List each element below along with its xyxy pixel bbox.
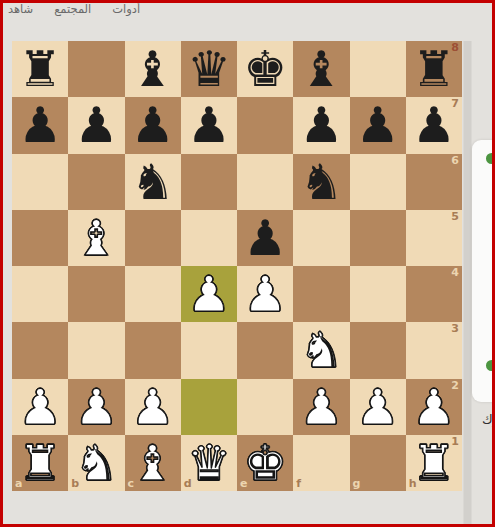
square-b8[interactable] xyxy=(68,41,124,97)
white-pawn[interactable]: ♟ xyxy=(293,379,349,435)
square-a7[interactable]: ♟ xyxy=(12,97,68,153)
black-pawn[interactable]: ♟ xyxy=(237,210,293,266)
side-panel xyxy=(472,140,495,402)
black-bishop[interactable]: ♝ xyxy=(125,41,181,97)
square-d3[interactable] xyxy=(181,322,237,378)
square-d5[interactable] xyxy=(181,210,237,266)
square-b1[interactable]: ♞b xyxy=(68,435,124,491)
square-h3[interactable]: 3 xyxy=(406,322,462,378)
file-label-d: d xyxy=(184,478,192,490)
square-d8[interactable]: ♛ xyxy=(181,41,237,97)
nav-item-tools[interactable]: أدوات xyxy=(112,2,140,17)
square-g5[interactable] xyxy=(350,210,406,266)
square-e1[interactable]: ♚e xyxy=(237,435,293,491)
rank-label-5: 5 xyxy=(451,211,459,223)
square-d2[interactable] xyxy=(181,379,237,435)
black-knight[interactable]: ♞ xyxy=(125,154,181,210)
online-indicator-dot xyxy=(486,360,495,371)
scrollbar-thumb[interactable] xyxy=(464,41,471,524)
rank-label-4: 4 xyxy=(451,267,459,279)
file-label-h: h xyxy=(409,478,417,490)
white-knight[interactable]: ♞ xyxy=(293,322,349,378)
file-label-a: a xyxy=(15,478,22,490)
square-c1[interactable]: ♝c xyxy=(125,435,181,491)
white-pawn[interactable]: ♟ xyxy=(181,266,237,322)
square-a3[interactable] xyxy=(12,322,68,378)
rank-label-2: 2 xyxy=(451,380,459,392)
square-h6[interactable]: 6 xyxy=(406,154,462,210)
rank-label-7: 7 xyxy=(451,98,459,110)
square-h5[interactable]: 5 xyxy=(406,210,462,266)
square-f2[interactable]: ♟ xyxy=(293,379,349,435)
black-knight[interactable]: ♞ xyxy=(293,154,349,210)
rank-label-6: 6 xyxy=(451,155,459,167)
black-queen[interactable]: ♛ xyxy=(181,41,237,97)
square-f8[interactable]: ♝ xyxy=(293,41,349,97)
square-b7[interactable]: ♟ xyxy=(68,97,124,153)
square-h8[interactable]: ♜8 xyxy=(406,41,462,97)
nav-item-watch[interactable]: شاهد xyxy=(8,2,33,17)
square-b5[interactable]: ♝ xyxy=(68,210,124,266)
file-label-c: c xyxy=(128,478,135,490)
file-label-g: g xyxy=(353,478,361,490)
square-a5[interactable] xyxy=(12,210,68,266)
file-label-e: e xyxy=(240,478,247,490)
square-g7[interactable]: ♟ xyxy=(350,97,406,153)
square-f5[interactable] xyxy=(293,210,349,266)
square-b2[interactable]: ♟ xyxy=(68,379,124,435)
square-d4[interactable]: ♟ xyxy=(181,266,237,322)
square-g4[interactable] xyxy=(350,266,406,322)
square-f1[interactable]: f xyxy=(293,435,349,491)
side-text-fragment: رك xyxy=(459,412,495,427)
white-bishop[interactable]: ♝ xyxy=(68,210,124,266)
square-h1[interactable]: ♜1h xyxy=(406,435,462,491)
square-c6[interactable]: ♞ xyxy=(125,154,181,210)
top-nav: شاهد المجتمع أدوات xyxy=(8,2,140,17)
square-c4[interactable] xyxy=(125,266,181,322)
square-f6[interactable]: ♞ xyxy=(293,154,349,210)
square-a1[interactable]: ♜a xyxy=(12,435,68,491)
black-pawn[interactable]: ♟ xyxy=(12,97,68,153)
square-d7[interactable]: ♟ xyxy=(181,97,237,153)
square-d1[interactable]: ♛d xyxy=(181,435,237,491)
file-label-b: b xyxy=(71,478,79,490)
black-bishop[interactable]: ♝ xyxy=(293,41,349,97)
black-pawn[interactable]: ♟ xyxy=(125,97,181,153)
square-e4[interactable]: ♟ xyxy=(237,266,293,322)
square-d6[interactable] xyxy=(181,154,237,210)
square-g2[interactable]: ♟ xyxy=(350,379,406,435)
square-e8[interactable]: ♚ xyxy=(237,41,293,97)
square-h2[interactable]: ♟2 xyxy=(406,379,462,435)
chess-board[interactable]: ♜♝♛♚♝♜8♟♟♟♟♟♟♟7♞♞6♝♟5♟♟4♞3♟♟♟♟♟♟2♜a♞b♝c♛… xyxy=(12,41,462,491)
square-a6[interactable] xyxy=(12,154,68,210)
square-e7[interactable] xyxy=(237,97,293,153)
square-g6[interactable] xyxy=(350,154,406,210)
square-e6[interactable] xyxy=(237,154,293,210)
rank-label-3: 3 xyxy=(451,323,459,335)
white-pawn[interactable]: ♟ xyxy=(350,379,406,435)
square-c3[interactable] xyxy=(125,322,181,378)
square-b6[interactable] xyxy=(68,154,124,210)
square-f7[interactable]: ♟ xyxy=(293,97,349,153)
rank-label-1: 1 xyxy=(451,436,459,448)
black-rook[interactable]: ♜ xyxy=(12,41,68,97)
square-e3[interactable] xyxy=(237,322,293,378)
square-a4[interactable] xyxy=(12,266,68,322)
square-f3[interactable]: ♞ xyxy=(293,322,349,378)
square-a2[interactable]: ♟ xyxy=(12,379,68,435)
vertical-scrollbar[interactable] xyxy=(463,41,472,524)
square-a8[interactable]: ♜ xyxy=(12,41,68,97)
white-pawn[interactable]: ♟ xyxy=(12,379,68,435)
black-pawn[interactable]: ♟ xyxy=(293,97,349,153)
square-g3[interactable] xyxy=(350,322,406,378)
white-pawn[interactable]: ♟ xyxy=(68,379,124,435)
square-c8[interactable]: ♝ xyxy=(125,41,181,97)
black-king[interactable]: ♚ xyxy=(237,41,293,97)
square-c2[interactable]: ♟ xyxy=(125,379,181,435)
white-pawn[interactable]: ♟ xyxy=(125,379,181,435)
square-h4[interactable]: 4 xyxy=(406,266,462,322)
square-b3[interactable] xyxy=(68,322,124,378)
square-c7[interactable]: ♟ xyxy=(125,97,181,153)
square-e5[interactable]: ♟ xyxy=(237,210,293,266)
rank-label-8: 8 xyxy=(451,42,459,54)
black-pawn[interactable]: ♟ xyxy=(68,97,124,153)
online-indicator-dot xyxy=(486,153,495,164)
square-f4[interactable] xyxy=(293,266,349,322)
white-pawn[interactable]: ♟ xyxy=(237,266,293,322)
square-g1[interactable]: g xyxy=(350,435,406,491)
square-b4[interactable] xyxy=(68,266,124,322)
black-pawn[interactable]: ♟ xyxy=(181,97,237,153)
file-label-f: f xyxy=(296,478,301,490)
black-pawn[interactable]: ♟ xyxy=(350,97,406,153)
square-c5[interactable] xyxy=(125,210,181,266)
nav-item-community[interactable]: المجتمع xyxy=(54,2,91,17)
square-h7[interactable]: ♟7 xyxy=(406,97,462,153)
square-g8[interactable] xyxy=(350,41,406,97)
square-e2[interactable] xyxy=(237,379,293,435)
